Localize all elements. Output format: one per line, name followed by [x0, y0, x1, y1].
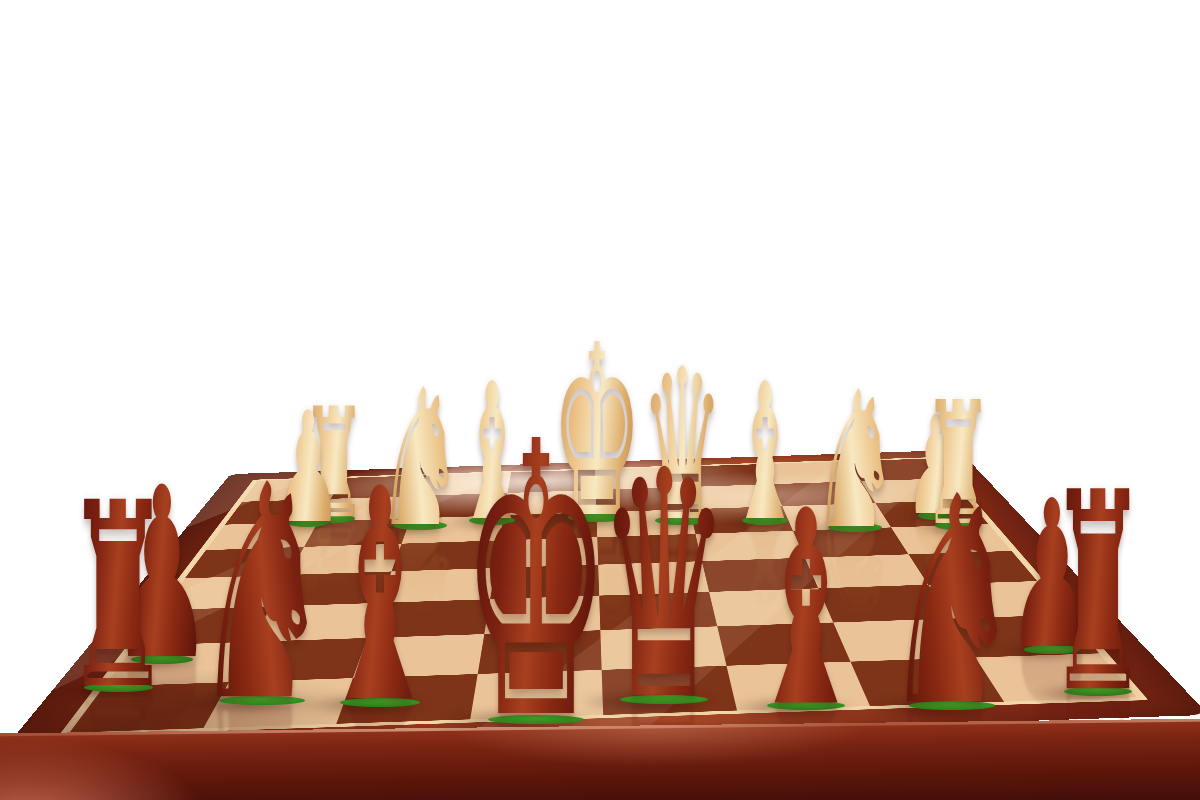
red-bishop-glyph: ♝	[318, 452, 441, 744]
pieces-layer: ♜♜♟♟♞♞♝♝♚♚♛♛♝♝♞♞♟♟♜♜♟♟♜♜♞♞♝♝♚♚♛♛♝♝♞♞♟♟♜♜	[0, 0, 1200, 800]
red-queen-glyph: ♛	[598, 430, 731, 744]
red-knight-glyph: ♞	[882, 459, 1023, 746]
board-front-edge	[0, 719, 1200, 800]
red-rook-glyph: ♜	[1048, 457, 1148, 731]
photo-stage: ♜♜♟♟♞♞♝♝♚♚♛♛♝♝♞♞♟♟♜♜♟♟♜♜♞♞♝♝♚♚♛♛♝♝♞♞♟♟♜♜	[0, 0, 1200, 800]
red-rook-glyph: ♜	[64, 469, 172, 724]
red-bishop-glyph: ♝	[746, 475, 866, 744]
red-king-glyph: ♚	[461, 395, 612, 773]
